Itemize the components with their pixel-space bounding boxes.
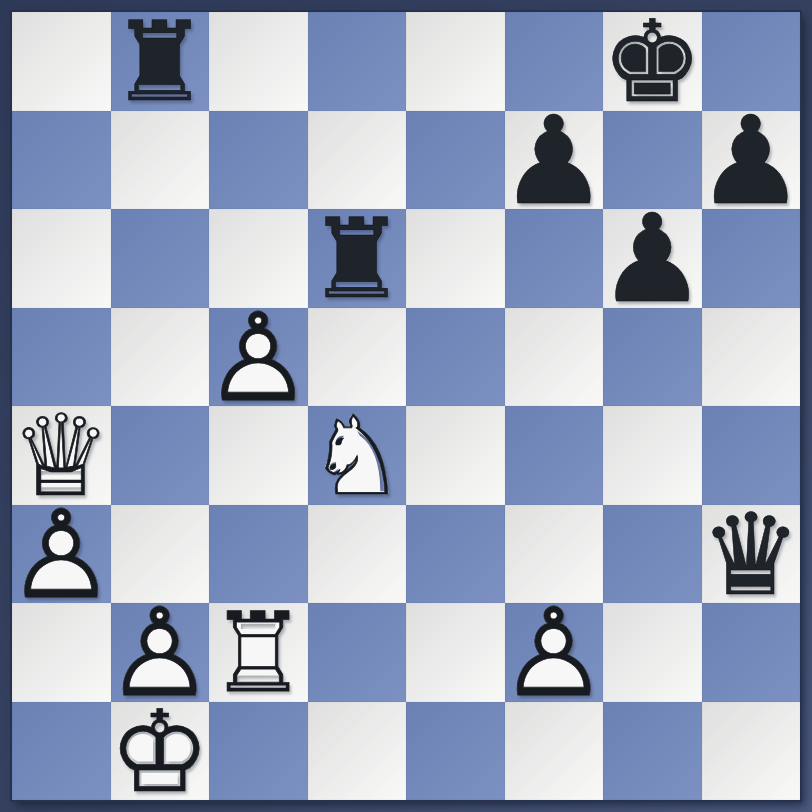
board-frame: ♜♚♟♟♜♟♟♙♛♕♞♘♟♙♛♟♙♜♖♟♙♚♔	[0, 0, 812, 812]
white-knight[interactable]: ♞♘	[308, 406, 407, 505]
white-rook-outline: ♖	[209, 598, 308, 708]
square-a8[interactable]	[12, 12, 111, 111]
white-knight-outline: ♘	[307, 401, 406, 511]
square-e5[interactable]	[406, 308, 505, 407]
square-d5[interactable]	[308, 308, 407, 407]
black-pawn-glyph: ♟	[696, 100, 805, 222]
square-f4[interactable]	[505, 406, 604, 505]
square-f3[interactable]	[505, 505, 604, 604]
black-rook[interactable]: ♜	[111, 12, 210, 111]
white-pawn[interactable]: ♟♙	[12, 505, 111, 604]
square-h6[interactable]	[702, 209, 801, 308]
white-pawn-glyph: ♟	[105, 592, 214, 714]
square-d1[interactable]	[308, 702, 407, 801]
square-h8[interactable]	[702, 12, 801, 111]
square-b4[interactable]	[111, 406, 210, 505]
square-h2[interactable]	[702, 603, 801, 702]
square-b2[interactable]: ♟♙	[111, 603, 210, 702]
square-c1[interactable]	[209, 702, 308, 801]
square-g6[interactable]: ♟	[603, 209, 702, 308]
black-rook-glyph: ♜	[307, 204, 406, 314]
black-pawn[interactable]: ♟	[505, 111, 604, 210]
white-pawn-outline: ♙	[105, 592, 214, 714]
white-queen-outline: ♕	[11, 400, 112, 513]
black-rook[interactable]: ♜	[308, 209, 407, 308]
square-e3[interactable]	[406, 505, 505, 604]
square-g1[interactable]	[603, 702, 702, 801]
square-h5[interactable]	[702, 308, 801, 407]
square-c2[interactable]: ♜♖	[209, 603, 308, 702]
square-f6[interactable]	[505, 209, 604, 308]
square-g7[interactable]	[603, 111, 702, 210]
white-pawn-glyph: ♟	[204, 297, 313, 419]
square-e8[interactable]	[406, 12, 505, 111]
white-rook-glyph: ♜	[209, 598, 308, 708]
square-d8[interactable]	[308, 12, 407, 111]
square-e7[interactable]	[406, 111, 505, 210]
white-king[interactable]: ♚♔	[111, 702, 210, 801]
white-pawn-outline: ♙	[499, 592, 608, 714]
square-f8[interactable]	[505, 12, 604, 111]
square-c5[interactable]: ♟♙	[209, 308, 308, 407]
square-h1[interactable]	[702, 702, 801, 801]
white-pawn[interactable]: ♟♙	[209, 308, 308, 407]
square-f7[interactable]: ♟	[505, 111, 604, 210]
square-a1[interactable]	[12, 702, 111, 801]
square-c6[interactable]	[209, 209, 308, 308]
square-a4[interactable]: ♛♕	[12, 406, 111, 505]
black-queen[interactable]: ♛	[702, 505, 801, 604]
white-queen-glyph: ♛	[11, 400, 112, 513]
square-a6[interactable]	[12, 209, 111, 308]
black-pawn[interactable]: ♟	[702, 111, 801, 210]
square-g4[interactable]	[603, 406, 702, 505]
square-g3[interactable]	[603, 505, 702, 604]
square-b3[interactable]	[111, 505, 210, 604]
black-queen-glyph: ♛	[700, 498, 801, 611]
square-g8[interactable]: ♚	[603, 12, 702, 111]
black-rook-glyph: ♜	[110, 7, 209, 117]
black-king[interactable]: ♚	[603, 12, 702, 111]
chess-board: ♜♚♟♟♜♟♟♙♛♕♞♘♟♙♛♟♙♜♖♟♙♚♔	[12, 12, 800, 800]
square-h7[interactable]: ♟	[702, 111, 801, 210]
square-h4[interactable]	[702, 406, 801, 505]
square-f2[interactable]: ♟♙	[505, 603, 604, 702]
square-a7[interactable]	[12, 111, 111, 210]
black-pawn[interactable]: ♟	[603, 209, 702, 308]
black-king-glyph: ♚	[602, 6, 703, 119]
square-c3[interactable]	[209, 505, 308, 604]
square-c7[interactable]	[209, 111, 308, 210]
square-d7[interactable]	[308, 111, 407, 210]
white-king-outline: ♔	[109, 695, 210, 808]
square-a3[interactable]: ♟♙	[12, 505, 111, 604]
black-pawn-glyph: ♟	[499, 100, 608, 222]
square-d6[interactable]: ♜	[308, 209, 407, 308]
square-b5[interactable]	[111, 308, 210, 407]
square-a5[interactable]	[12, 308, 111, 407]
square-e1[interactable]	[406, 702, 505, 801]
square-f1[interactable]	[505, 702, 604, 801]
square-b7[interactable]	[111, 111, 210, 210]
white-queen[interactable]: ♛♕	[12, 406, 111, 505]
square-c4[interactable]	[209, 406, 308, 505]
square-b8[interactable]: ♜	[111, 12, 210, 111]
square-h3[interactable]: ♛	[702, 505, 801, 604]
square-g5[interactable]	[603, 308, 702, 407]
square-b1[interactable]: ♚♔	[111, 702, 210, 801]
white-king-glyph: ♚	[109, 695, 210, 808]
square-a2[interactable]	[12, 603, 111, 702]
square-c8[interactable]	[209, 12, 308, 111]
white-pawn-glyph: ♟	[499, 592, 608, 714]
square-e2[interactable]	[406, 603, 505, 702]
square-d2[interactable]	[308, 603, 407, 702]
white-pawn-outline: ♙	[7, 494, 116, 616]
square-f5[interactable]	[505, 308, 604, 407]
square-b6[interactable]	[111, 209, 210, 308]
square-g2[interactable]	[603, 603, 702, 702]
white-pawn[interactable]: ♟♙	[505, 603, 604, 702]
white-rook[interactable]: ♜♖	[209, 603, 308, 702]
square-d3[interactable]	[308, 505, 407, 604]
square-e4[interactable]	[406, 406, 505, 505]
square-e6[interactable]	[406, 209, 505, 308]
white-pawn-glyph: ♟	[7, 494, 116, 616]
white-pawn-outline: ♙	[204, 297, 313, 419]
white-knight-glyph: ♞	[307, 401, 406, 511]
square-d4[interactable]: ♞♘	[308, 406, 407, 505]
black-pawn-glyph: ♟	[598, 198, 707, 320]
white-pawn[interactable]: ♟♙	[111, 603, 210, 702]
